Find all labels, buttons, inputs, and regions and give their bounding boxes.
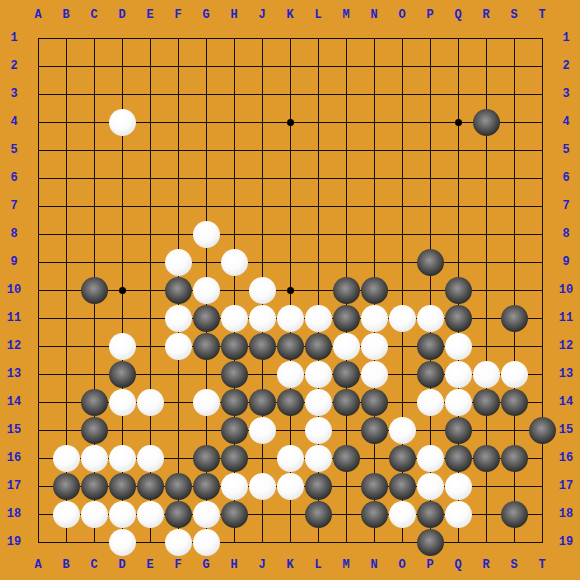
intersection-S19[interactable] xyxy=(500,528,528,556)
intersection-E17[interactable] xyxy=(136,472,164,500)
intersection-J12[interactable] xyxy=(248,332,276,360)
intersection-M2[interactable] xyxy=(332,52,360,80)
intersection-F17[interactable] xyxy=(164,472,192,500)
intersection-N13[interactable] xyxy=(360,360,388,388)
intersection-E4[interactable] xyxy=(136,108,164,136)
intersection-P19[interactable] xyxy=(416,528,444,556)
intersection-D8[interactable] xyxy=(108,220,136,248)
intersection-F14[interactable] xyxy=(164,388,192,416)
intersection-L5[interactable] xyxy=(304,136,332,164)
intersection-H10[interactable] xyxy=(220,276,248,304)
intersection-J5[interactable] xyxy=(248,136,276,164)
intersection-Q2[interactable] xyxy=(444,52,472,80)
intersection-C18[interactable] xyxy=(80,500,108,528)
intersection-G16[interactable] xyxy=(192,444,220,472)
intersection-A2[interactable] xyxy=(24,52,52,80)
intersection-J19[interactable] xyxy=(248,528,276,556)
intersection-A4[interactable] xyxy=(24,108,52,136)
intersection-Q8[interactable] xyxy=(444,220,472,248)
intersection-K10[interactable] xyxy=(276,276,304,304)
intersection-B19[interactable] xyxy=(52,528,80,556)
intersection-B12[interactable] xyxy=(52,332,80,360)
intersection-L14[interactable] xyxy=(304,388,332,416)
intersection-E14[interactable] xyxy=(136,388,164,416)
intersection-C5[interactable] xyxy=(80,136,108,164)
intersection-G10[interactable] xyxy=(192,276,220,304)
intersection-A12[interactable] xyxy=(24,332,52,360)
intersection-K11[interactable] xyxy=(276,304,304,332)
intersection-Q18[interactable] xyxy=(444,500,472,528)
intersection-R11[interactable] xyxy=(472,304,500,332)
intersection-S1[interactable] xyxy=(500,24,528,52)
intersection-J7[interactable] xyxy=(248,192,276,220)
intersection-O8[interactable] xyxy=(388,220,416,248)
intersection-B1[interactable] xyxy=(52,24,80,52)
intersection-B16[interactable] xyxy=(52,444,80,472)
intersection-R19[interactable] xyxy=(472,528,500,556)
intersection-K3[interactable] xyxy=(276,80,304,108)
intersection-J15[interactable] xyxy=(248,416,276,444)
intersection-M4[interactable] xyxy=(332,108,360,136)
intersection-M14[interactable] xyxy=(332,388,360,416)
intersection-S16[interactable] xyxy=(500,444,528,472)
intersection-C13[interactable] xyxy=(80,360,108,388)
intersection-L15[interactable] xyxy=(304,416,332,444)
intersection-O19[interactable] xyxy=(388,528,416,556)
intersection-B5[interactable] xyxy=(52,136,80,164)
intersection-F16[interactable] xyxy=(164,444,192,472)
intersection-J4[interactable] xyxy=(248,108,276,136)
intersection-P6[interactable] xyxy=(416,164,444,192)
intersection-S4[interactable] xyxy=(500,108,528,136)
intersection-R5[interactable] xyxy=(472,136,500,164)
intersection-L9[interactable] xyxy=(304,248,332,276)
intersection-F8[interactable] xyxy=(164,220,192,248)
intersection-P18[interactable] xyxy=(416,500,444,528)
intersection-Q12[interactable] xyxy=(444,332,472,360)
intersection-D2[interactable] xyxy=(108,52,136,80)
intersection-M6[interactable] xyxy=(332,164,360,192)
intersection-S10[interactable] xyxy=(500,276,528,304)
intersection-F3[interactable] xyxy=(164,80,192,108)
intersection-E1[interactable] xyxy=(136,24,164,52)
intersection-B6[interactable] xyxy=(52,164,80,192)
intersection-Q1[interactable] xyxy=(444,24,472,52)
intersection-K12[interactable] xyxy=(276,332,304,360)
intersection-R13[interactable] xyxy=(472,360,500,388)
intersection-F15[interactable] xyxy=(164,416,192,444)
intersection-J3[interactable] xyxy=(248,80,276,108)
intersection-C15[interactable] xyxy=(80,416,108,444)
intersection-K2[interactable] xyxy=(276,52,304,80)
intersection-J10[interactable] xyxy=(248,276,276,304)
intersection-D15[interactable] xyxy=(108,416,136,444)
intersection-P10[interactable] xyxy=(416,276,444,304)
intersection-R6[interactable] xyxy=(472,164,500,192)
intersection-G2[interactable] xyxy=(192,52,220,80)
intersection-A16[interactable] xyxy=(24,444,52,472)
intersection-R16[interactable] xyxy=(472,444,500,472)
intersection-Q19[interactable] xyxy=(444,528,472,556)
intersection-O4[interactable] xyxy=(388,108,416,136)
intersection-Q7[interactable] xyxy=(444,192,472,220)
intersection-A13[interactable] xyxy=(24,360,52,388)
intersection-T19[interactable] xyxy=(528,528,556,556)
intersection-F7[interactable] xyxy=(164,192,192,220)
intersection-L16[interactable] xyxy=(304,444,332,472)
intersection-M15[interactable] xyxy=(332,416,360,444)
intersection-F1[interactable] xyxy=(164,24,192,52)
intersection-B7[interactable] xyxy=(52,192,80,220)
intersection-J9[interactable] xyxy=(248,248,276,276)
intersection-G18[interactable] xyxy=(192,500,220,528)
intersection-J14[interactable] xyxy=(248,388,276,416)
intersection-B4[interactable] xyxy=(52,108,80,136)
intersection-L7[interactable] xyxy=(304,192,332,220)
intersection-C6[interactable] xyxy=(80,164,108,192)
intersection-S15[interactable] xyxy=(500,416,528,444)
intersection-H1[interactable] xyxy=(220,24,248,52)
intersection-D4[interactable] xyxy=(108,108,136,136)
intersection-N3[interactable] xyxy=(360,80,388,108)
intersection-G4[interactable] xyxy=(192,108,220,136)
intersection-R15[interactable] xyxy=(472,416,500,444)
intersection-G14[interactable] xyxy=(192,388,220,416)
intersection-L17[interactable] xyxy=(304,472,332,500)
intersection-B17[interactable] xyxy=(52,472,80,500)
intersection-H9[interactable] xyxy=(220,248,248,276)
intersection-T15[interactable] xyxy=(528,416,556,444)
intersection-L11[interactable] xyxy=(304,304,332,332)
intersection-Q5[interactable] xyxy=(444,136,472,164)
intersection-L13[interactable] xyxy=(304,360,332,388)
intersection-A6[interactable] xyxy=(24,164,52,192)
intersection-Q16[interactable] xyxy=(444,444,472,472)
intersection-S18[interactable] xyxy=(500,500,528,528)
intersection-C8[interactable] xyxy=(80,220,108,248)
intersection-D10[interactable] xyxy=(108,276,136,304)
intersection-Q9[interactable] xyxy=(444,248,472,276)
intersection-D19[interactable] xyxy=(108,528,136,556)
intersection-C4[interactable] xyxy=(80,108,108,136)
intersection-S12[interactable] xyxy=(500,332,528,360)
intersection-N15[interactable] xyxy=(360,416,388,444)
intersection-N10[interactable] xyxy=(360,276,388,304)
intersection-C7[interactable] xyxy=(80,192,108,220)
intersection-A7[interactable] xyxy=(24,192,52,220)
intersection-R4[interactable] xyxy=(472,108,500,136)
intersection-K5[interactable] xyxy=(276,136,304,164)
intersection-E16[interactable] xyxy=(136,444,164,472)
intersection-P8[interactable] xyxy=(416,220,444,248)
intersection-Q3[interactable] xyxy=(444,80,472,108)
intersection-H16[interactable] xyxy=(220,444,248,472)
intersection-K1[interactable] xyxy=(276,24,304,52)
intersection-G9[interactable] xyxy=(192,248,220,276)
intersection-J11[interactable] xyxy=(248,304,276,332)
intersection-E19[interactable] xyxy=(136,528,164,556)
intersection-C2[interactable] xyxy=(80,52,108,80)
intersection-R17[interactable] xyxy=(472,472,500,500)
intersection-S6[interactable] xyxy=(500,164,528,192)
intersection-L18[interactable] xyxy=(304,500,332,528)
intersection-N5[interactable] xyxy=(360,136,388,164)
intersection-T18[interactable] xyxy=(528,500,556,528)
intersection-T16[interactable] xyxy=(528,444,556,472)
intersection-C9[interactable] xyxy=(80,248,108,276)
intersection-R18[interactable] xyxy=(472,500,500,528)
intersection-C11[interactable] xyxy=(80,304,108,332)
intersection-A8[interactable] xyxy=(24,220,52,248)
intersection-T7[interactable] xyxy=(528,192,556,220)
intersection-N16[interactable] xyxy=(360,444,388,472)
intersection-A3[interactable] xyxy=(24,80,52,108)
intersection-R9[interactable] xyxy=(472,248,500,276)
intersection-D7[interactable] xyxy=(108,192,136,220)
intersection-G7[interactable] xyxy=(192,192,220,220)
intersection-H17[interactable] xyxy=(220,472,248,500)
intersection-T5[interactable] xyxy=(528,136,556,164)
intersection-N12[interactable] xyxy=(360,332,388,360)
intersection-O15[interactable] xyxy=(388,416,416,444)
intersection-H8[interactable] xyxy=(220,220,248,248)
intersection-O18[interactable] xyxy=(388,500,416,528)
intersection-N18[interactable] xyxy=(360,500,388,528)
intersection-T3[interactable] xyxy=(528,80,556,108)
intersection-B13[interactable] xyxy=(52,360,80,388)
intersection-H7[interactable] xyxy=(220,192,248,220)
intersection-O6[interactable] xyxy=(388,164,416,192)
intersection-G17[interactable] xyxy=(192,472,220,500)
intersection-T17[interactable] xyxy=(528,472,556,500)
intersection-F6[interactable] xyxy=(164,164,192,192)
intersection-C19[interactable] xyxy=(80,528,108,556)
intersection-A15[interactable] xyxy=(24,416,52,444)
intersection-C12[interactable] xyxy=(80,332,108,360)
intersection-E3[interactable] xyxy=(136,80,164,108)
intersection-N1[interactable] xyxy=(360,24,388,52)
intersection-P4[interactable] xyxy=(416,108,444,136)
intersection-T13[interactable] xyxy=(528,360,556,388)
intersection-J8[interactable] xyxy=(248,220,276,248)
intersection-M3[interactable] xyxy=(332,80,360,108)
intersection-Q14[interactable] xyxy=(444,388,472,416)
intersection-K7[interactable] xyxy=(276,192,304,220)
intersection-R14[interactable] xyxy=(472,388,500,416)
intersection-M18[interactable] xyxy=(332,500,360,528)
intersection-T9[interactable] xyxy=(528,248,556,276)
intersection-P2[interactable] xyxy=(416,52,444,80)
intersection-S3[interactable] xyxy=(500,80,528,108)
intersection-T8[interactable] xyxy=(528,220,556,248)
intersection-R2[interactable] xyxy=(472,52,500,80)
intersection-N7[interactable] xyxy=(360,192,388,220)
intersection-T12[interactable] xyxy=(528,332,556,360)
intersection-R12[interactable] xyxy=(472,332,500,360)
intersection-A14[interactable] xyxy=(24,388,52,416)
intersection-H11[interactable] xyxy=(220,304,248,332)
intersection-O9[interactable] xyxy=(388,248,416,276)
intersection-F5[interactable] xyxy=(164,136,192,164)
intersection-G12[interactable] xyxy=(192,332,220,360)
intersection-B11[interactable] xyxy=(52,304,80,332)
intersection-C17[interactable] xyxy=(80,472,108,500)
intersection-S2[interactable] xyxy=(500,52,528,80)
intersection-K17[interactable] xyxy=(276,472,304,500)
intersection-C1[interactable] xyxy=(80,24,108,52)
intersection-D16[interactable] xyxy=(108,444,136,472)
intersection-L6[interactable] xyxy=(304,164,332,192)
intersection-R3[interactable] xyxy=(472,80,500,108)
intersection-M13[interactable] xyxy=(332,360,360,388)
intersection-M5[interactable] xyxy=(332,136,360,164)
intersection-L10[interactable] xyxy=(304,276,332,304)
intersection-S8[interactable] xyxy=(500,220,528,248)
intersection-M1[interactable] xyxy=(332,24,360,52)
intersection-G15[interactable] xyxy=(192,416,220,444)
intersection-D1[interactable] xyxy=(108,24,136,52)
intersection-A18[interactable] xyxy=(24,500,52,528)
intersection-M12[interactable] xyxy=(332,332,360,360)
intersection-E6[interactable] xyxy=(136,164,164,192)
intersection-P15[interactable] xyxy=(416,416,444,444)
intersection-E7[interactable] xyxy=(136,192,164,220)
intersection-B18[interactable] xyxy=(52,500,80,528)
intersection-L2[interactable] xyxy=(304,52,332,80)
intersection-B15[interactable] xyxy=(52,416,80,444)
intersection-H15[interactable] xyxy=(220,416,248,444)
intersection-N9[interactable] xyxy=(360,248,388,276)
intersection-S9[interactable] xyxy=(500,248,528,276)
intersection-K6[interactable] xyxy=(276,164,304,192)
intersection-Q15[interactable] xyxy=(444,416,472,444)
intersection-J1[interactable] xyxy=(248,24,276,52)
intersection-H6[interactable] xyxy=(220,164,248,192)
intersection-N19[interactable] xyxy=(360,528,388,556)
intersection-C16[interactable] xyxy=(80,444,108,472)
intersection-O7[interactable] xyxy=(388,192,416,220)
intersection-D13[interactable] xyxy=(108,360,136,388)
intersection-C10[interactable] xyxy=(80,276,108,304)
intersection-M9[interactable] xyxy=(332,248,360,276)
intersection-N11[interactable] xyxy=(360,304,388,332)
intersection-D12[interactable] xyxy=(108,332,136,360)
intersection-A5[interactable] xyxy=(24,136,52,164)
intersection-B3[interactable] xyxy=(52,80,80,108)
intersection-J6[interactable] xyxy=(248,164,276,192)
intersection-G5[interactable] xyxy=(192,136,220,164)
intersection-M17[interactable] xyxy=(332,472,360,500)
intersection-G13[interactable] xyxy=(192,360,220,388)
intersection-L19[interactable] xyxy=(304,528,332,556)
intersection-F4[interactable] xyxy=(164,108,192,136)
intersection-O11[interactable] xyxy=(388,304,416,332)
intersection-N2[interactable] xyxy=(360,52,388,80)
intersection-D18[interactable] xyxy=(108,500,136,528)
intersection-A17[interactable] xyxy=(24,472,52,500)
intersection-T14[interactable] xyxy=(528,388,556,416)
intersection-J18[interactable] xyxy=(248,500,276,528)
intersection-H13[interactable] xyxy=(220,360,248,388)
intersection-F13[interactable] xyxy=(164,360,192,388)
intersection-E13[interactable] xyxy=(136,360,164,388)
intersection-P7[interactable] xyxy=(416,192,444,220)
intersection-B10[interactable] xyxy=(52,276,80,304)
intersection-B9[interactable] xyxy=(52,248,80,276)
intersection-A10[interactable] xyxy=(24,276,52,304)
intersection-G19[interactable] xyxy=(192,528,220,556)
intersection-N6[interactable] xyxy=(360,164,388,192)
intersection-Q17[interactable] xyxy=(444,472,472,500)
intersection-C3[interactable] xyxy=(80,80,108,108)
intersection-T6[interactable] xyxy=(528,164,556,192)
intersection-A9[interactable] xyxy=(24,248,52,276)
intersection-L3[interactable] xyxy=(304,80,332,108)
intersection-T11[interactable] xyxy=(528,304,556,332)
intersection-E18[interactable] xyxy=(136,500,164,528)
intersection-H4[interactable] xyxy=(220,108,248,136)
intersection-L12[interactable] xyxy=(304,332,332,360)
intersection-Q13[interactable] xyxy=(444,360,472,388)
intersection-S17[interactable] xyxy=(500,472,528,500)
intersection-F12[interactable] xyxy=(164,332,192,360)
intersection-P11[interactable] xyxy=(416,304,444,332)
intersection-M19[interactable] xyxy=(332,528,360,556)
intersection-B8[interactable] xyxy=(52,220,80,248)
intersection-L1[interactable] xyxy=(304,24,332,52)
intersection-P3[interactable] xyxy=(416,80,444,108)
intersection-S5[interactable] xyxy=(500,136,528,164)
intersection-A11[interactable] xyxy=(24,304,52,332)
intersection-F19[interactable] xyxy=(164,528,192,556)
intersection-E15[interactable] xyxy=(136,416,164,444)
intersection-F11[interactable] xyxy=(164,304,192,332)
intersection-O1[interactable] xyxy=(388,24,416,52)
intersection-O17[interactable] xyxy=(388,472,416,500)
intersection-E11[interactable] xyxy=(136,304,164,332)
intersection-O12[interactable] xyxy=(388,332,416,360)
intersection-E10[interactable] xyxy=(136,276,164,304)
intersection-A19[interactable] xyxy=(24,528,52,556)
intersection-H2[interactable] xyxy=(220,52,248,80)
intersection-D5[interactable] xyxy=(108,136,136,164)
intersection-K18[interactable] xyxy=(276,500,304,528)
intersection-N4[interactable] xyxy=(360,108,388,136)
intersection-T1[interactable] xyxy=(528,24,556,52)
intersection-T2[interactable] xyxy=(528,52,556,80)
intersection-G1[interactable] xyxy=(192,24,220,52)
intersection-K16[interactable] xyxy=(276,444,304,472)
intersection-H19[interactable] xyxy=(220,528,248,556)
intersection-Q11[interactable] xyxy=(444,304,472,332)
intersection-K9[interactable] xyxy=(276,248,304,276)
intersection-O13[interactable] xyxy=(388,360,416,388)
intersection-K15[interactable] xyxy=(276,416,304,444)
intersection-J17[interactable] xyxy=(248,472,276,500)
intersection-L8[interactable] xyxy=(304,220,332,248)
intersection-A1[interactable] xyxy=(24,24,52,52)
intersection-F9[interactable] xyxy=(164,248,192,276)
intersection-T10[interactable] xyxy=(528,276,556,304)
intersection-J16[interactable] xyxy=(248,444,276,472)
intersection-B2[interactable] xyxy=(52,52,80,80)
intersection-C14[interactable] xyxy=(80,388,108,416)
intersection-K13[interactable] xyxy=(276,360,304,388)
intersection-R8[interactable] xyxy=(472,220,500,248)
intersection-P5[interactable] xyxy=(416,136,444,164)
intersection-S14[interactable] xyxy=(500,388,528,416)
intersection-P17[interactable] xyxy=(416,472,444,500)
